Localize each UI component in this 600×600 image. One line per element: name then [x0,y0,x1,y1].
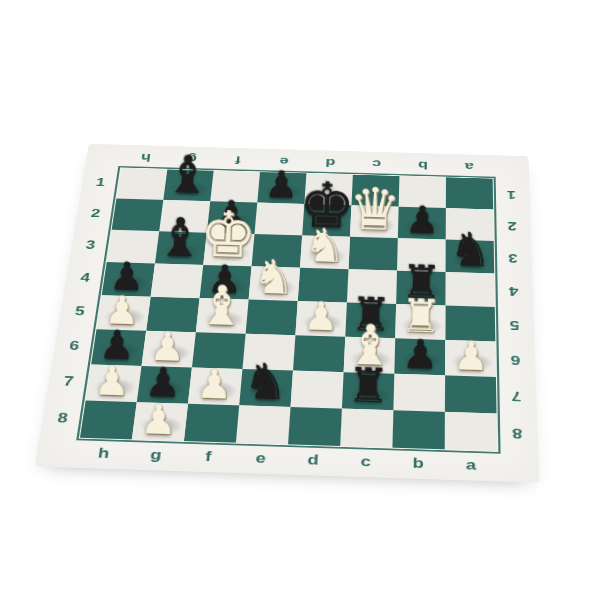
white-pawn-f7[interactable]: ♟ [196,365,233,404]
rank-label-5: 5 [58,294,102,329]
square-a1[interactable] [446,177,493,209]
white-queen-c2[interactable]: ♛ [348,181,402,238]
board-scene: hgfedcba hgfedcba 12345678 12345678 ♝♟♟♚… [88,150,528,590]
white-pawn-d5[interactable]: ♟ [303,298,339,336]
file-label-g: g [128,439,184,471]
rank-label-2: 2 [493,209,531,242]
square-h2[interactable] [112,199,164,232]
rank-label-1: 1 [493,179,531,211]
rank-labels-right: 12345678 [493,179,539,453]
rank-label-8: 8 [39,399,85,438]
square-b7[interactable] [393,374,445,412]
rank-label-4: 4 [494,274,533,309]
black-pawn-b2[interactable]: ♟ [405,202,440,239]
black-pawn-e1[interactable]: ♟ [264,167,298,203]
square-d8[interactable] [288,407,342,446]
square-d3[interactable]: ♞ [300,235,350,269]
file-label-c: c [353,151,400,176]
file-label-a: a [446,154,493,179]
square-e5[interactable] [246,300,298,336]
white-knight-d3[interactable]: ♞ [303,223,346,268]
rank-label-6: 6 [495,341,535,378]
square-f7[interactable]: ♟ [188,367,242,405]
rank-label-2: 2 [74,198,116,230]
square-d5[interactable]: ♟ [295,301,346,337]
square-c3[interactable] [348,237,397,271]
white-pawn-g8[interactable]: ♟ [140,400,178,440]
square-e7[interactable]: ♞ [239,369,293,407]
chess-board: ♝♟♟♚♛♟♝♚♞♞♟♟♞♜♟♝♟♜♜♟♟♝♟♟♟♟♟♞♜♟ [80,168,497,451]
rank-label-7: 7 [46,363,91,400]
black-bishop-g3[interactable]: ♝ [156,213,204,264]
black-bishop-g1[interactable]: ♝ [164,151,211,201]
file-label-h: h [121,145,170,170]
white-bishop-f5[interactable]: ♝ [197,280,247,333]
square-e8[interactable] [236,405,291,444]
black-rook-c7[interactable]: ♜ [347,363,390,409]
white-pawn-h7[interactable]: ♟ [93,362,130,401]
file-label-h: h [75,438,131,470]
black-knight-a3[interactable]: ♞ [449,227,492,272]
square-g3[interactable]: ♝ [155,231,207,265]
rank-label-8: 8 [497,413,539,452]
product-photo: hgfedcba hgfedcba 12345678 12345678 ♝♟♟♚… [0,0,600,600]
square-f5[interactable]: ♝ [196,298,249,334]
square-h7[interactable]: ♟ [86,364,142,402]
square-g1[interactable]: ♝ [163,169,213,201]
file-label-d: d [286,444,340,476]
square-c2[interactable]: ♛ [350,205,399,238]
file-label-b: b [399,153,446,178]
file-label-a: a [445,449,498,481]
rank-label-6: 6 [52,328,97,364]
square-a4[interactable] [445,272,494,307]
square-c7[interactable]: ♜ [342,372,394,410]
file-label-b: b [392,448,445,480]
rank-label-3: 3 [494,241,533,275]
square-f8[interactable] [184,404,239,443]
vinyl-chess-mat: hgfedcba hgfedcba 12345678 12345678 ♝♟♟♚… [34,144,539,483]
square-a8[interactable] [445,412,497,451]
square-e4[interactable]: ♞ [249,266,300,301]
square-b6[interactable]: ♟ [394,338,445,375]
black-pawn-b6[interactable]: ♟ [402,336,439,375]
white-knight-e4[interactable]: ♞ [252,254,295,300]
file-label-e: e [233,443,288,475]
file-label-f: f [181,441,236,473]
square-h8[interactable] [80,401,137,440]
file-label-c: c [339,446,393,478]
black-knight-e7[interactable]: ♞ [243,358,288,406]
rank-label-7: 7 [496,377,537,415]
square-a7[interactable] [445,375,497,413]
square-a6[interactable]: ♟ [445,340,496,377]
square-a3[interactable]: ♞ [446,240,495,274]
rank-label-4: 4 [63,261,106,295]
rank-label-3: 3 [69,229,112,262]
square-g4[interactable] [151,263,204,298]
square-b2[interactable]: ♟ [398,207,446,240]
rank-label-5: 5 [495,307,535,343]
square-d7[interactable] [291,371,344,409]
white-pawn-a6[interactable]: ♟ [453,337,490,376]
square-c8[interactable] [340,409,393,448]
rank-label-1: 1 [80,167,121,198]
square-h1[interactable] [116,168,167,200]
square-b8[interactable] [392,410,444,449]
file-label-f: f [214,147,262,172]
square-g8[interactable]: ♟ [132,402,188,441]
square-d6[interactable] [293,335,345,372]
square-e2[interactable] [254,203,304,236]
